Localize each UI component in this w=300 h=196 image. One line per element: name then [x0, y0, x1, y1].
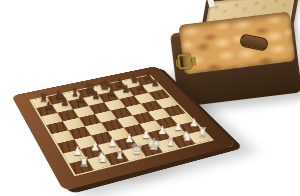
- square-a6: [41, 113, 63, 125]
- brown-pawn-piece: ♟: [72, 90, 89, 109]
- brown-pawn-piece: ♟: [56, 93, 73, 112]
- brown-pawn-piece: ♟: [103, 83, 119, 102]
- brown-pawn-piece: ♟: [118, 80, 134, 98]
- product-photo: ♜♞♝♛♚♝♞♜♟♟♟♟♟♟♟♟♟♟♟♟♟♟♟♟♜♞♝♛♚♝♞♜: [0, 0, 300, 196]
- white-knight-piece: ♞: [93, 147, 112, 169]
- white-rook-piece: ♜: [194, 122, 212, 142]
- board-scene: ♜♞♝♛♚♝♞♜♟♟♟♟♟♟♟♟♟♟♟♟♟♟♟♟♜♞♝♛♚♝♞♜: [0, 28, 254, 196]
- white-bishop-piece: ♝: [110, 142, 129, 163]
- white-rook-piece: ♜: [75, 151, 94, 173]
- white-knight-piece: ♞: [178, 126, 196, 147]
- square-a1: ♜: [69, 159, 94, 174]
- brown-pawn-piece: ♟: [40, 96, 57, 115]
- brown-pawn-piece: ♟: [147, 74, 163, 92]
- brown-pawn-piece: ♟: [133, 77, 149, 95]
- white-king-piece: ♚: [145, 134, 164, 155]
- brown-pawn-piece: ♟: [88, 86, 104, 105]
- white-bishop-piece: ♝: [161, 130, 179, 151]
- white-queen-piece: ♛: [128, 138, 147, 159]
